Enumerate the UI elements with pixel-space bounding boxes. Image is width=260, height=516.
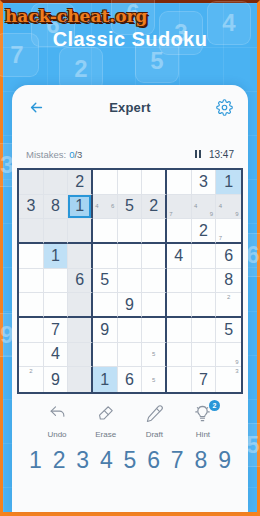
cell-notes: 5: [142, 367, 165, 392]
cell-value: 5: [100, 271, 109, 289]
cell-value: 8: [224, 271, 233, 289]
cell-r9c4[interactable]: 1: [93, 367, 118, 392]
draft-button[interactable]: Draft: [135, 404, 173, 439]
undo-icon: [48, 404, 67, 427]
undo-button[interactable]: Undo: [38, 404, 76, 439]
cell-r5c9[interactable]: 8: [216, 269, 241, 294]
cell-value: 9: [51, 371, 60, 389]
cell-r4c3[interactable]: [68, 244, 93, 269]
tool-label: Draft: [146, 430, 163, 439]
cell-r2c5[interactable]: 5: [118, 195, 143, 220]
cell-r5c2[interactable]: [44, 269, 69, 294]
cell-r6c8[interactable]: [192, 293, 217, 318]
cell-r7c4[interactable]: 9: [93, 318, 118, 343]
cell-r6c6[interactable]: [142, 293, 167, 318]
cell-r7c5[interactable]: [118, 318, 143, 343]
cell-value: 3: [26, 197, 35, 215]
cell-r5c3[interactable]: 6: [68, 269, 93, 294]
cell-notes: 9: [216, 343, 241, 367]
cell-r4c5[interactable]: [118, 244, 143, 269]
numpad-9[interactable]: 9: [216, 448, 233, 473]
cell-r6c7[interactable]: [167, 293, 192, 318]
cell-notes: 2: [216, 293, 241, 316]
cell-r3c8[interactable]: 2: [192, 219, 217, 244]
cell-r6c2[interactable]: [44, 293, 69, 318]
cell-value: 7: [199, 371, 208, 389]
difficulty-title: Expert: [46, 100, 214, 115]
cell-r6c5[interactable]: 9: [118, 293, 143, 318]
cell-r2c9[interactable]: 49: [216, 195, 241, 220]
cell-r3c5[interactable]: [118, 219, 143, 244]
note-digit: 9: [233, 210, 241, 218]
cell-r2c4[interactable]: 46: [93, 195, 118, 220]
note-digit: 6: [109, 203, 117, 211]
cell-r4c1[interactable]: [19, 244, 44, 269]
cell-r3c3[interactable]: [68, 219, 93, 244]
cell-r4c2[interactable]: 1: [44, 244, 69, 269]
cell-r1c5[interactable]: [118, 170, 143, 195]
cell-value: 5: [224, 321, 233, 339]
toolbar: UndoEraseDraft2Hint: [38, 404, 222, 439]
note-digit: 3: [233, 367, 241, 375]
app-frame: 64635273965 hack-cheat.org Classic Sudok…: [0, 0, 260, 516]
note-digit: 5: [150, 351, 158, 359]
number-pad: 123456789: [27, 448, 233, 473]
cell-r8c6[interactable]: 5: [142, 343, 167, 368]
cell-r5c1[interactable]: [19, 269, 44, 294]
cell-r8c7[interactable]: [167, 343, 192, 368]
cell-notes: 7: [216, 219, 241, 242]
cell-r7c8[interactable]: [192, 318, 217, 343]
note-digit: 7: [216, 234, 224, 242]
cell-value: 5: [125, 197, 134, 215]
cell-notes: 5: [142, 343, 165, 367]
cell-r5c6[interactable]: [142, 269, 167, 294]
cell-r2c8[interactable]: 49: [192, 195, 217, 220]
back-arrow-icon: [28, 99, 45, 116]
note-digit: 4: [93, 203, 101, 211]
numpad-8[interactable]: 8: [192, 448, 209, 473]
cell-value: 6: [125, 371, 134, 389]
cell-notes: 2: [19, 367, 43, 392]
cell-r4c4[interactable]: [93, 244, 118, 269]
cell-r9c8[interactable]: 7: [192, 367, 217, 392]
cell-r3c4[interactable]: [93, 219, 118, 244]
note-digit: 5: [150, 376, 158, 384]
numpad-3[interactable]: 3: [74, 448, 91, 473]
timer: 13:47: [209, 149, 234, 160]
numpad-2[interactable]: 2: [51, 448, 68, 473]
cell-r5c4[interactable]: 5: [93, 269, 118, 294]
game-card: Expert Mistakes: 0 /3 13:47 231381465274…: [12, 85, 248, 512]
cell-r9c2[interactable]: 9: [44, 367, 69, 392]
header-bar: Expert: [12, 85, 248, 117]
cell-value: 2: [199, 222, 208, 240]
hint-count-badge: 2: [209, 400, 220, 411]
cell-r4c8[interactable]: [192, 244, 217, 269]
draft-icon: [145, 404, 164, 427]
cell-value: 9: [100, 321, 109, 339]
cell-r7c3[interactable]: [68, 318, 93, 343]
cell-value: 8: [51, 197, 60, 215]
cell-r4c6[interactable]: [142, 244, 167, 269]
cell-notes: 49: [216, 195, 241, 219]
cell-r9c7[interactable]: [167, 367, 192, 392]
cell-r6c3[interactable]: [68, 293, 93, 318]
cell-r7c2[interactable]: 7: [44, 318, 69, 343]
cell-r4c7[interactable]: 4: [167, 244, 192, 269]
cell-r5c5[interactable]: [118, 269, 143, 294]
cell-r7c7[interactable]: [167, 318, 192, 343]
cell-r8c8[interactable]: [192, 343, 217, 368]
mistakes-total: /3: [74, 149, 82, 160]
cell-r7c9[interactable]: 5: [216, 318, 241, 343]
cell-r2c3[interactable]: 1: [68, 195, 93, 220]
numpad-1[interactable]: 1: [27, 448, 44, 473]
cell-r8c2[interactable]: 4: [44, 343, 69, 368]
cell-r1c4[interactable]: [93, 170, 118, 195]
numpad-4[interactable]: 4: [98, 448, 115, 473]
cell-r1c2[interactable]: [44, 170, 69, 195]
cell-r2c2[interactable]: 8: [44, 195, 69, 220]
cell-r1c3[interactable]: 2: [68, 170, 93, 195]
erase-icon: [96, 404, 115, 427]
cell-r4c9[interactable]: 6: [216, 244, 241, 269]
gear-icon: [216, 99, 233, 116]
cell-r9c5[interactable]: 6: [118, 367, 143, 392]
cell-r5c8[interactable]: [192, 269, 217, 294]
hint-button[interactable]: 2Hint: [184, 404, 222, 439]
cell-notes: 7: [167, 195, 191, 219]
cell-r3c1[interactable]: [19, 219, 44, 244]
note-digit: 9: [233, 358, 241, 366]
watermark-text: hack-cheat.org: [5, 6, 147, 26]
cell-r2c6[interactable]: 2: [142, 195, 167, 220]
tool-label: Undo: [47, 430, 66, 439]
cell-r7c6[interactable]: [142, 318, 167, 343]
cell-value: 1: [51, 247, 60, 265]
settings-button[interactable]: [214, 97, 234, 117]
tool-label: Erase: [95, 430, 116, 439]
app-banner-title: Classic Sudoku: [3, 28, 257, 51]
cell-r3c7[interactable]: [167, 219, 192, 244]
cell-value: 6: [75, 271, 84, 289]
cell-value: 6: [224, 247, 233, 265]
cell-r1c1[interactable]: [19, 170, 44, 195]
cell-r1c6[interactable]: [142, 170, 167, 195]
cell-r3c9[interactable]: 7: [216, 219, 241, 244]
cell-r3c2[interactable]: [44, 219, 69, 244]
cell-notes: 3: [216, 367, 241, 392]
note-digit: 4: [192, 203, 200, 211]
pause-button[interactable]: [193, 148, 203, 160]
cell-notes: 46: [93, 195, 117, 219]
cell-value: 9: [125, 296, 134, 314]
tool-label: Hint: [196, 430, 210, 439]
numpad-5[interactable]: 5: [122, 448, 139, 473]
cell-value: 1: [100, 371, 109, 389]
cell-value: 7: [51, 321, 60, 339]
cell-value: 3: [199, 173, 208, 191]
cell-r2c1[interactable]: 3: [19, 195, 44, 220]
note-digit: 2: [27, 367, 35, 375]
cell-value: 2: [149, 197, 158, 215]
cell-r8c3[interactable]: [68, 343, 93, 368]
cell-r1c9[interactable]: 1: [216, 170, 241, 195]
numpad-7[interactable]: 7: [169, 448, 186, 473]
cell-value: 1: [224, 173, 233, 191]
mistakes-label: Mistakes:: [26, 149, 66, 160]
cell-value: 4: [51, 345, 60, 363]
cell-notes: 49: [192, 195, 216, 219]
cell-r6c4[interactable]: [93, 293, 118, 318]
numpad-6[interactable]: 6: [145, 448, 162, 473]
cell-value: 1: [75, 197, 84, 215]
back-button[interactable]: [26, 97, 46, 117]
cell-r9c6[interactable]: 5: [142, 367, 167, 392]
cell-r8c1[interactable]: [19, 343, 44, 368]
note-digit: 2: [225, 293, 233, 301]
cell-value: 4: [174, 247, 183, 265]
note-digit: 7: [167, 210, 175, 218]
cell-r8c5[interactable]: [118, 343, 143, 368]
note-digit: 4: [216, 203, 224, 211]
cell-r9c9[interactable]: 3: [216, 367, 241, 392]
cell-r6c1[interactable]: [19, 293, 44, 318]
cell-r3c6[interactable]: [142, 219, 167, 244]
cell-r9c1[interactable]: 2: [19, 367, 44, 392]
status-bar: Mistakes: 0 /3 13:47: [26, 147, 234, 161]
cell-r8c4[interactable]: [93, 343, 118, 368]
pause-icon: [195, 150, 197, 158]
sudoku-board: 23138146527494927146658927954592916573: [17, 168, 243, 394]
cell-value: 2: [75, 173, 84, 191]
note-digit: 9: [207, 210, 215, 218]
erase-button[interactable]: Erase: [87, 404, 125, 439]
cell-r8c9[interactable]: 9: [216, 343, 241, 368]
cell-r1c7[interactable]: [167, 170, 192, 195]
cell-r6c9[interactable]: 2: [216, 293, 241, 318]
cell-r9c3[interactable]: [68, 367, 93, 392]
cell-r7c1[interactable]: [19, 318, 44, 343]
cell-r1c8[interactable]: 3: [192, 170, 217, 195]
cell-r2c7[interactable]: 7: [167, 195, 192, 220]
cell-r5c7[interactable]: [167, 269, 192, 294]
